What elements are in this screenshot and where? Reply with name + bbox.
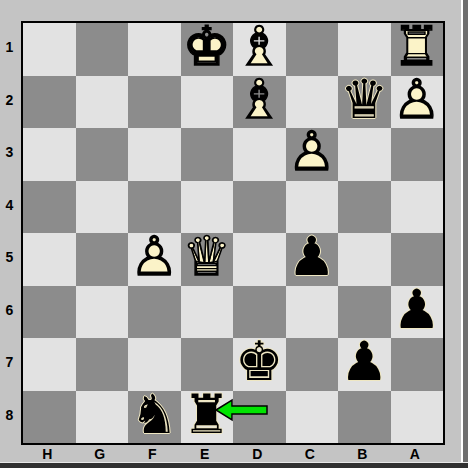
square-f1[interactable] — [128, 23, 181, 76]
panel-bottom-shadow — [0, 463, 468, 468]
rank-label-4: 4 — [0, 179, 19, 232]
piece-white-bishop-d2[interactable]: ♝♗ — [233, 76, 286, 129]
black-knight-glyph: ♞ — [128, 388, 181, 442]
file-label-C: C — [284, 445, 337, 463]
square-e2[interactable] — [181, 76, 234, 129]
file-label-B: B — [336, 445, 389, 463]
square-h5[interactable] — [23, 233, 76, 286]
piece-black-king-d7[interactable]: ♚ — [233, 338, 286, 391]
black-pawn-glyph: ♟ — [391, 283, 444, 337]
square-g3[interactable] — [76, 128, 129, 181]
piece-white-queen-e5[interactable]: ♛♕ — [181, 233, 234, 286]
square-g6[interactable] — [76, 286, 129, 339]
square-a4[interactable] — [391, 181, 444, 234]
square-c1[interactable] — [286, 23, 339, 76]
square-b4[interactable] — [338, 181, 391, 234]
black-king-glyph: ♚ — [233, 335, 286, 389]
square-a3[interactable] — [391, 128, 444, 181]
file-label-G: G — [74, 445, 127, 463]
white-king-outline-glyph: ♔ — [181, 20, 234, 74]
square-a8[interactable] — [391, 391, 444, 444]
piece-white-king-e1[interactable]: ♚♔ — [181, 23, 234, 76]
black-pawn-glyph: ♟ — [286, 230, 339, 284]
square-h6[interactable] — [23, 286, 76, 339]
last-move-arrow-shape — [216, 400, 267, 420]
rank-label-6: 6 — [0, 284, 19, 337]
square-g2[interactable] — [76, 76, 129, 129]
file-label-H: H — [21, 445, 74, 463]
square-b5[interactable] — [338, 233, 391, 286]
white-pawn-outline-glyph: ♙ — [391, 73, 444, 127]
square-g8[interactable] — [76, 391, 129, 444]
rank-label-3: 3 — [0, 126, 19, 179]
square-d4[interactable] — [233, 181, 286, 234]
piece-black-pawn-b7[interactable]: ♟ — [338, 338, 391, 391]
piece-white-pawn-a2[interactable]: ♟♙ — [391, 76, 444, 129]
square-h2[interactable] — [23, 76, 76, 129]
black-queen-glyph: ♛ — [338, 73, 391, 127]
square-c7[interactable] — [286, 338, 339, 391]
file-label-F: F — [126, 445, 179, 463]
panel-right-shadow — [463, 0, 468, 468]
square-h4[interactable] — [23, 181, 76, 234]
square-f6[interactable] — [128, 286, 181, 339]
square-g4[interactable] — [76, 181, 129, 234]
white-bishop-outline-glyph: ♗ — [233, 73, 286, 127]
rank-label-5: 5 — [0, 231, 19, 284]
file-label-D: D — [231, 445, 284, 463]
square-h1[interactable] — [23, 23, 76, 76]
piece-white-pawn-c3[interactable]: ♟♙ — [286, 128, 339, 181]
white-queen-outline-glyph: ♕ — [181, 230, 234, 284]
file-label-E: E — [179, 445, 232, 463]
square-d5[interactable] — [233, 233, 286, 286]
square-g7[interactable] — [76, 338, 129, 391]
rank-label-1: 1 — [0, 21, 19, 74]
square-e3[interactable] — [181, 128, 234, 181]
piece-black-pawn-c5[interactable]: ♟ — [286, 233, 339, 286]
square-a7[interactable] — [391, 338, 444, 391]
last-move-arrow — [214, 397, 270, 423]
square-h7[interactable] — [23, 338, 76, 391]
white-bishop-outline-glyph: ♗ — [233, 20, 286, 74]
square-e6[interactable] — [181, 286, 234, 339]
white-rook-outline-glyph: ♖ — [391, 20, 444, 74]
chess-board-panel: ♚♔♝♗♜♖♝♗♛♟♙♟♙♟♙♛♕♟♟♚♟♞♜ 12345678 HGFEDCB… — [0, 0, 468, 468]
file-label-A: A — [389, 445, 442, 463]
white-pawn-outline-glyph: ♙ — [286, 125, 339, 179]
square-f2[interactable] — [128, 76, 181, 129]
square-h8[interactable] — [23, 391, 76, 444]
white-pawn-outline-glyph: ♙ — [128, 230, 181, 284]
piece-white-pawn-f5[interactable]: ♟♙ — [128, 233, 181, 286]
rank-label-2: 2 — [0, 74, 19, 127]
piece-black-pawn-a6[interactable]: ♟ — [391, 286, 444, 339]
piece-black-knight-f8[interactable]: ♞ — [128, 391, 181, 444]
square-b8[interactable] — [338, 391, 391, 444]
square-c8[interactable] — [286, 391, 339, 444]
square-b3[interactable] — [338, 128, 391, 181]
square-g1[interactable] — [76, 23, 129, 76]
square-g5[interactable] — [76, 233, 129, 286]
rank-label-7: 7 — [0, 336, 19, 389]
rank-label-8: 8 — [0, 389, 19, 442]
square-c6[interactable] — [286, 286, 339, 339]
piece-black-queen-b2[interactable]: ♛ — [338, 76, 391, 129]
square-h3[interactable] — [23, 128, 76, 181]
square-f3[interactable] — [128, 128, 181, 181]
square-d3[interactable] — [233, 128, 286, 181]
black-pawn-glyph: ♟ — [338, 335, 391, 389]
